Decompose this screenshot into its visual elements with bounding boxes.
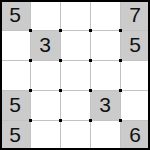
clue-number: 5	[9, 94, 21, 116]
cell-r2c2[interactable]	[60, 60, 90, 90]
puzzle-board: 57355356	[0, 0, 150, 150]
clue-cell-r1c1: 3	[30, 30, 60, 60]
clue-number: 3	[39, 34, 51, 56]
clue-cell-r0c4: 7	[120, 0, 150, 30]
cell-r2c0[interactable]	[0, 60, 30, 90]
clue-number: 5	[9, 124, 21, 146]
cell-r3c2[interactable]	[60, 90, 90, 120]
cell-r1c2[interactable]	[60, 30, 90, 60]
cell-r0c3[interactable]	[90, 0, 120, 30]
clue-cell-r3c3: 3	[90, 90, 120, 120]
cell-r2c1[interactable]	[30, 60, 60, 90]
cell-r4c2[interactable]	[60, 120, 90, 150]
clue-cell-r3c0: 5	[0, 90, 30, 120]
cell-r4c3[interactable]	[90, 120, 120, 150]
cell-r1c3[interactable]	[90, 30, 120, 60]
clue-number: 6	[129, 124, 141, 146]
cell-r3c1[interactable]	[30, 90, 60, 120]
clue-cell-r4c0: 5	[0, 120, 30, 150]
cell-r2c3[interactable]	[90, 60, 120, 90]
clue-number: 5	[9, 4, 21, 26]
clue-cell-r0c0: 5	[0, 0, 30, 30]
cell-r2c4[interactable]	[120, 60, 150, 90]
cell-r3c4[interactable]	[120, 90, 150, 120]
cell-r1c0[interactable]	[0, 30, 30, 60]
clue-cell-r4c4: 6	[120, 120, 150, 150]
clue-number: 3	[99, 94, 111, 116]
cell-r0c2[interactable]	[60, 0, 90, 30]
clue-number: 5	[129, 34, 141, 56]
cell-r0c1[interactable]	[30, 0, 60, 30]
cell-r4c1[interactable]	[30, 120, 60, 150]
clue-number: 7	[129, 4, 141, 26]
clue-cell-r1c4: 5	[120, 30, 150, 60]
